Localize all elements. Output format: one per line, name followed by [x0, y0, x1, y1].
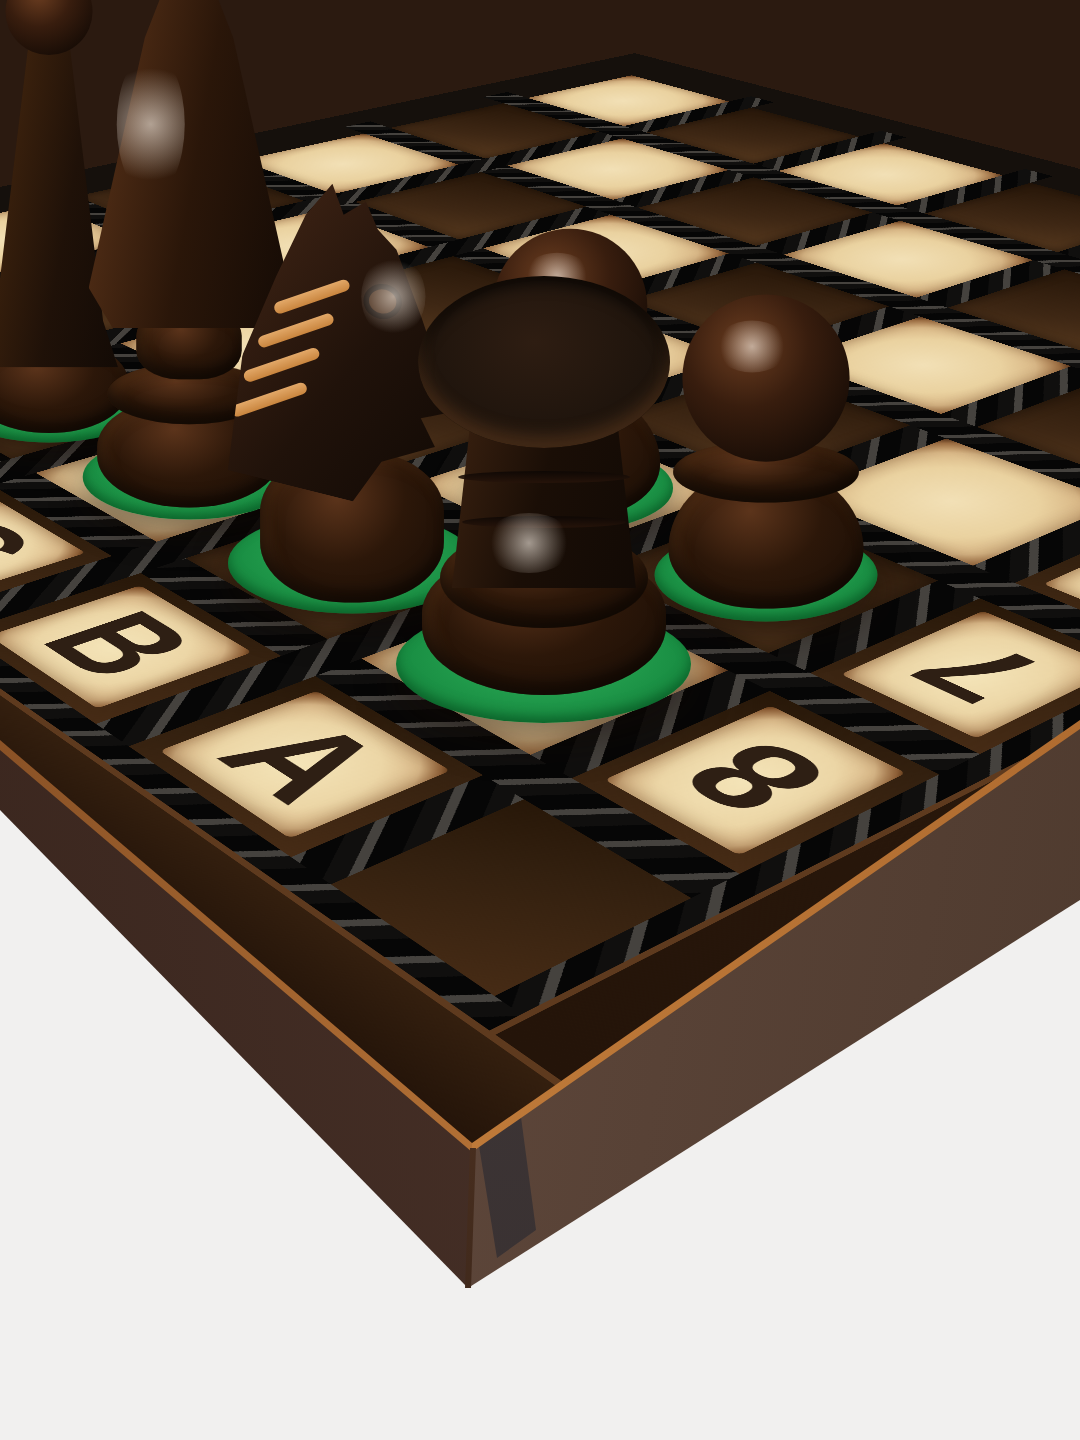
knight-mane-stripe: [273, 278, 352, 315]
rook-ring: [458, 471, 630, 483]
file-label: A: [191, 708, 417, 817]
pawn-head: [683, 295, 850, 462]
file-label: C: [0, 509, 60, 586]
piece-body: [389, 273, 699, 723]
rook-flat-top: [418, 276, 670, 448]
file-label: B: [16, 600, 224, 691]
knight-mane-stripe: [230, 381, 309, 418]
knight-mane-stripe: [243, 346, 322, 383]
rank-label: 8: [653, 728, 856, 828]
knight-mane-stripe: [257, 312, 336, 349]
photo-stage: A8B7C6D5E4F3 ♛♝♟♞♟♜: [0, 0, 1080, 1440]
specular-highlight: [484, 513, 574, 573]
rank-label: 7: [887, 630, 1071, 715]
specular-highlight: [117, 52, 185, 197]
